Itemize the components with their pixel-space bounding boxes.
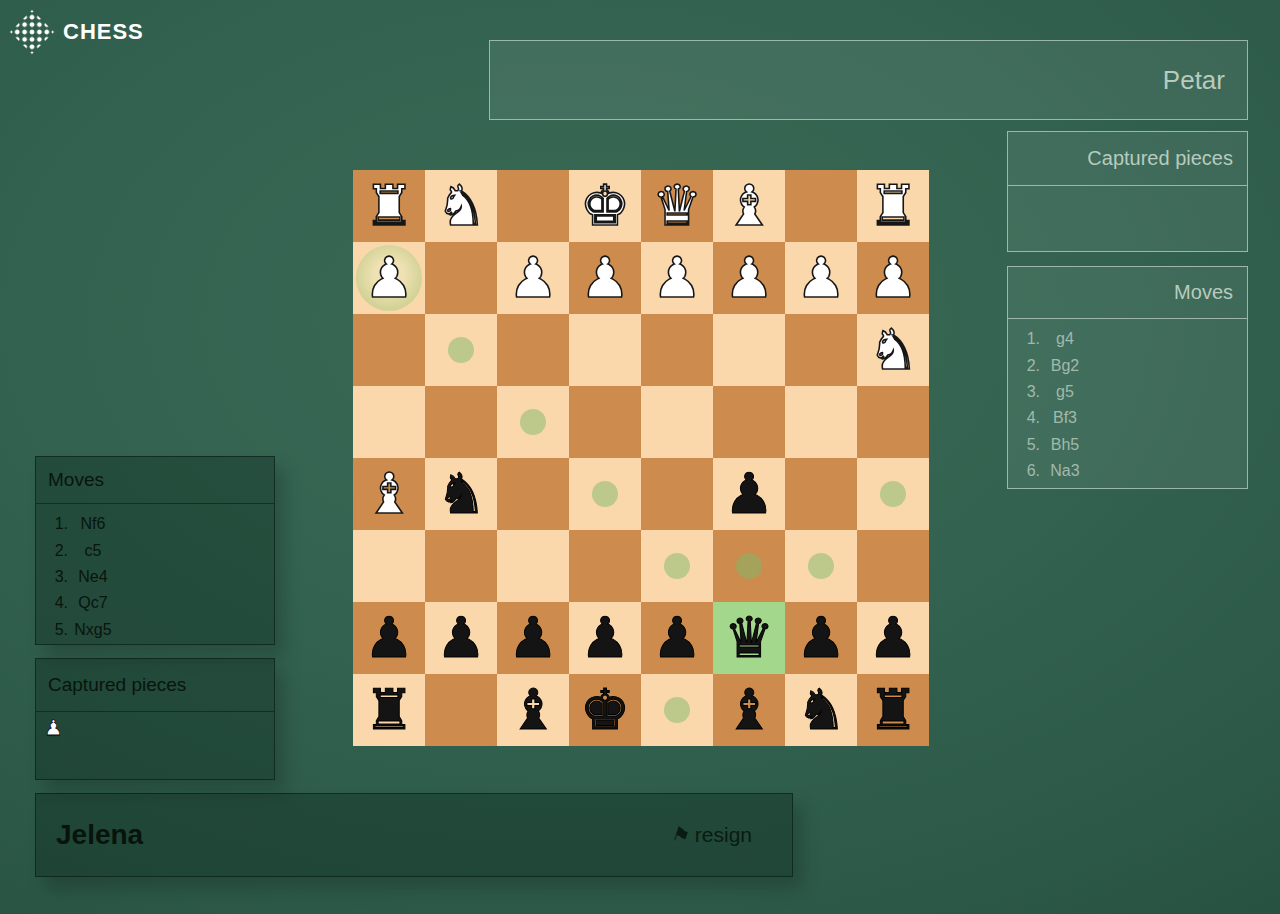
white-pawn-h2: ♟ [364, 242, 414, 314]
square-d8[interactable] [641, 674, 713, 746]
square-d6[interactable] [641, 530, 713, 602]
player-panel: Jelena ⚑ resign [35, 793, 793, 877]
white-rook-h1: ♜ [364, 170, 414, 242]
square-a5[interactable] [857, 458, 929, 530]
square-d4[interactable] [641, 386, 713, 458]
square-d3[interactable] [641, 314, 713, 386]
square-f4[interactable] [497, 386, 569, 458]
square-f1[interactable] [497, 170, 569, 242]
square-b1[interactable] [785, 170, 857, 242]
move-san: g5 [1040, 383, 1090, 401]
square-b3[interactable] [785, 314, 857, 386]
square-d7[interactable]: ♟ [641, 602, 713, 674]
app-logo[interactable]: CHESS [10, 10, 144, 54]
move-san: Bg2 [1040, 357, 1090, 375]
move-san: c5 [68, 542, 118, 560]
player-name: Jelena [56, 819, 143, 851]
square-h6[interactable] [353, 530, 425, 602]
square-g8[interactable] [425, 674, 497, 746]
move-san: Qc7 [68, 594, 118, 612]
white-pawn-e2: ♟ [580, 242, 630, 314]
black-pawn-e7: ♟ [580, 602, 630, 674]
black-rook-a8: ♜ [868, 674, 918, 746]
move-number: 3. [1018, 383, 1040, 401]
square-e4[interactable] [569, 386, 641, 458]
square-a8[interactable]: ♜ [857, 674, 929, 746]
opponent-moves-panel: Moves 1.g42.Bg23.g54.Bf35.Bh56.Na3 [1007, 266, 1248, 489]
legal-move-dot-a5 [880, 481, 906, 507]
square-c1[interactable]: ♝ [713, 170, 785, 242]
opponent-moves-list: 1.g42.Bg23.g54.Bf35.Bh56.Na3 [1008, 319, 1247, 484]
black-pawn-f7: ♟ [508, 602, 558, 674]
square-b4[interactable] [785, 386, 857, 458]
move-row: 3.g5 [1018, 379, 1247, 405]
opponent-captured-title: Captured pieces [1008, 132, 1247, 186]
player-captured-title: Captured pieces [36, 659, 274, 712]
player-captured-list: ♟ [36, 712, 274, 745]
black-pawn-a7: ♟ [868, 602, 918, 674]
legal-move-dot-c6 [736, 553, 762, 579]
opponent-player-name: Petar [1163, 65, 1225, 96]
move-row: 2.c5 [46, 537, 274, 563]
square-b7[interactable]: ♟ [785, 602, 857, 674]
square-h2[interactable]: ♟ [353, 242, 425, 314]
white-king-e1: ♚ [580, 170, 630, 242]
square-d1[interactable]: ♛ [641, 170, 713, 242]
opponent-moves-title: Moves [1008, 267, 1247, 319]
square-b6[interactable] [785, 530, 857, 602]
chess-board: ♜♞♚♛♝♜♟♟♟♟♟♟♟♞♝♞♟♟♟♟♟♟♛♟♟♜♝♚♝♞♜ [353, 170, 929, 746]
white-bishop-h5: ♝ [364, 458, 414, 530]
black-bishop-c8: ♝ [724, 674, 774, 746]
white-pawn-c2: ♟ [724, 242, 774, 314]
square-b5[interactable] [785, 458, 857, 530]
move-san: Bh5 [1040, 436, 1090, 454]
black-pawn-d7: ♟ [652, 602, 702, 674]
square-f3[interactable] [497, 314, 569, 386]
app-background: CHESS Petar Captured pieces Moves 1.g42.… [0, 0, 1280, 914]
square-e1[interactable]: ♚ [569, 170, 641, 242]
square-h4[interactable] [353, 386, 425, 458]
move-row: 2.Bg2 [1018, 352, 1247, 378]
square-a3[interactable]: ♞ [857, 314, 929, 386]
black-pawn-g7: ♟ [436, 602, 486, 674]
square-a7[interactable]: ♟ [857, 602, 929, 674]
player-moves-panel: Moves 1.Nf62.c53.Ne44.Qc75.Nxg5 [35, 456, 275, 645]
square-e8[interactable]: ♚ [569, 674, 641, 746]
move-row: 5.Bh5 [1018, 432, 1247, 458]
white-pawn-b2: ♟ [796, 242, 846, 314]
chess-logo-icon [10, 10, 54, 54]
legal-move-dot-d6 [664, 553, 690, 579]
black-queen-c7: ♛ [724, 602, 774, 674]
square-f6[interactable] [497, 530, 569, 602]
white-pawn-d2: ♟ [652, 242, 702, 314]
square-e5[interactable] [569, 458, 641, 530]
square-g4[interactable] [425, 386, 497, 458]
move-row: 1.g4 [1018, 326, 1247, 352]
move-number: 3. [46, 568, 68, 586]
square-h5[interactable]: ♝ [353, 458, 425, 530]
move-row: 4.Qc7 [46, 590, 274, 616]
white-pawn-a2: ♟ [868, 242, 918, 314]
move-number: 1. [1018, 330, 1040, 348]
logo-text: CHESS [63, 19, 144, 45]
player-moves-title: Moves [36, 457, 274, 504]
white-knight-a3: ♞ [868, 314, 918, 386]
move-san: Na3 [1040, 462, 1090, 480]
square-h1[interactable]: ♜ [353, 170, 425, 242]
opponent-player-panel: Petar [489, 40, 1248, 120]
move-row: 6.Na3 [1018, 458, 1247, 484]
white-rook-a1: ♜ [868, 170, 918, 242]
black-king-e8: ♚ [580, 674, 630, 746]
square-a6[interactable] [857, 530, 929, 602]
move-number: 2. [46, 542, 68, 560]
square-h8[interactable]: ♜ [353, 674, 425, 746]
move-number: 1. [46, 515, 68, 533]
move-number: 5. [1018, 436, 1040, 454]
square-h7[interactable]: ♟ [353, 602, 425, 674]
square-g7[interactable]: ♟ [425, 602, 497, 674]
square-a4[interactable] [857, 386, 929, 458]
square-c4[interactable] [713, 386, 785, 458]
black-knight-g5: ♞ [436, 458, 486, 530]
square-f5[interactable] [497, 458, 569, 530]
square-f8[interactable]: ♝ [497, 674, 569, 746]
square-a1[interactable]: ♜ [857, 170, 929, 242]
move-san: Nxg5 [68, 621, 118, 639]
square-h3[interactable] [353, 314, 425, 386]
square-c2[interactable]: ♟ [713, 242, 785, 314]
white-queen-d1: ♛ [652, 170, 702, 242]
square-e3[interactable] [569, 314, 641, 386]
move-number: 5. [46, 621, 68, 639]
player-moves-list: 1.Nf62.c53.Ne44.Qc75.Nxg5 [36, 504, 274, 643]
move-number: 6. [1018, 462, 1040, 480]
move-row: 1.Nf6 [46, 511, 274, 537]
resign-label: resign [695, 823, 752, 847]
black-bishop-f8: ♝ [508, 674, 558, 746]
move-san: g4 [1040, 330, 1090, 348]
square-c3[interactable] [713, 314, 785, 386]
legal-move-dot-g3 [448, 337, 474, 363]
square-e2[interactable]: ♟ [569, 242, 641, 314]
square-f7[interactable]: ♟ [497, 602, 569, 674]
square-e6[interactable] [569, 530, 641, 602]
black-pawn-b7: ♟ [796, 602, 846, 674]
legal-move-dot-e5 [592, 481, 618, 507]
move-san: Nf6 [68, 515, 118, 533]
white-pawn-f2: ♟ [508, 242, 558, 314]
resign-button[interactable]: ⚑ resign [672, 823, 752, 847]
square-c5[interactable]: ♟ [713, 458, 785, 530]
white-knight-g1: ♞ [436, 170, 486, 242]
legal-move-dot-b6 [808, 553, 834, 579]
black-pawn-h7: ♟ [364, 602, 414, 674]
square-a2[interactable]: ♟ [857, 242, 929, 314]
move-row: 3.Ne4 [46, 564, 274, 590]
white-bishop-c1: ♝ [724, 170, 774, 242]
black-rook-h8: ♜ [364, 674, 414, 746]
captured-white-pawn-icon: ♟ [44, 718, 63, 739]
move-row: 5.Nxg5 [46, 617, 274, 643]
move-number: 4. [1018, 409, 1040, 427]
square-d2[interactable]: ♟ [641, 242, 713, 314]
black-pawn-c5: ♟ [724, 458, 774, 530]
square-e7[interactable]: ♟ [569, 602, 641, 674]
move-san: Bf3 [1040, 409, 1090, 427]
legal-move-dot-d8 [664, 697, 690, 723]
square-d5[interactable] [641, 458, 713, 530]
square-c6[interactable] [713, 530, 785, 602]
move-san: Ne4 [68, 568, 118, 586]
square-b8[interactable]: ♞ [785, 674, 857, 746]
opponent-captured-list [1008, 186, 1247, 198]
square-c7[interactable]: ♛ [713, 602, 785, 674]
move-number: 2. [1018, 357, 1040, 375]
square-g6[interactable] [425, 530, 497, 602]
black-knight-b8: ♞ [796, 674, 846, 746]
player-captured-panel: Captured pieces ♟ [35, 658, 275, 780]
square-g5[interactable]: ♞ [425, 458, 497, 530]
move-row: 4.Bf3 [1018, 405, 1247, 431]
square-c8[interactable]: ♝ [713, 674, 785, 746]
opponent-captured-panel: Captured pieces [1007, 131, 1248, 252]
square-f2[interactable]: ♟ [497, 242, 569, 314]
square-b2[interactable]: ♟ [785, 242, 857, 314]
move-number: 4. [46, 594, 68, 612]
flag-icon: ⚑ [669, 823, 692, 848]
legal-move-dot-f4 [520, 409, 546, 435]
square-g1[interactable]: ♞ [425, 170, 497, 242]
square-g2[interactable] [425, 242, 497, 314]
square-g3[interactable] [425, 314, 497, 386]
